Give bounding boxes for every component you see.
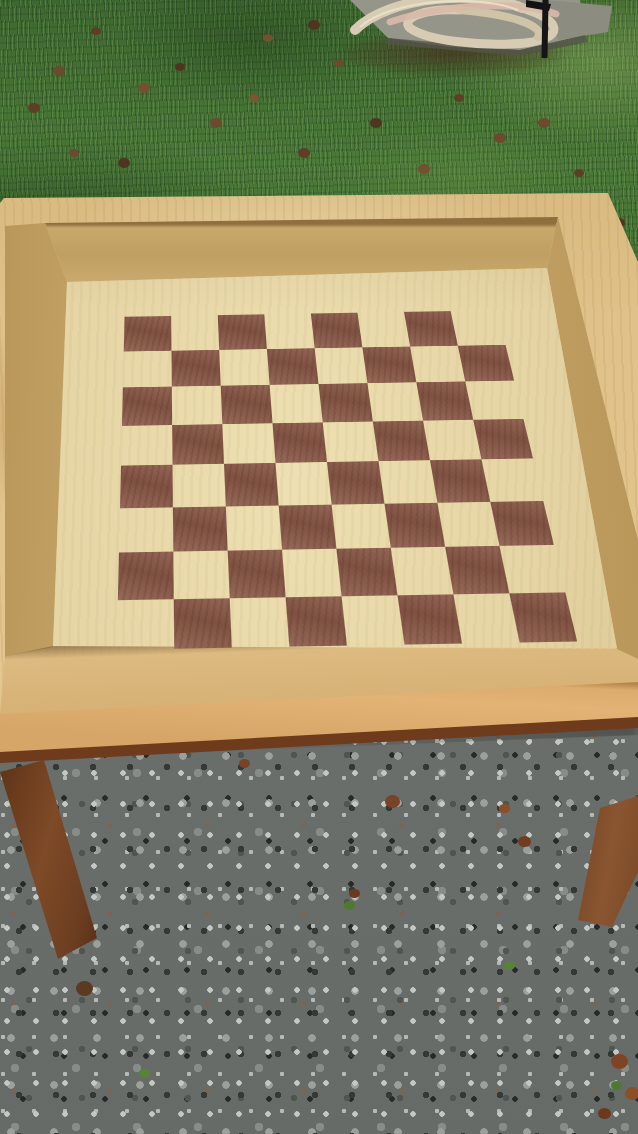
- dark-square: [224, 463, 279, 506]
- light-square: [119, 507, 173, 553]
- dark-square: [120, 465, 173, 508]
- light-square: [357, 312, 410, 347]
- light-square: [172, 386, 223, 425]
- light-square: [230, 597, 290, 648]
- light-square: [391, 547, 454, 595]
- dark-square: [319, 383, 373, 422]
- light-square: [276, 462, 332, 505]
- dark-square: [490, 500, 554, 545]
- garden-hose-group: [330, 0, 638, 80]
- light-square: [173, 551, 229, 599]
- light-square: [410, 345, 465, 382]
- metal-pole: [541, 0, 548, 58]
- light-square: [465, 381, 523, 420]
- light-square: [453, 593, 519, 644]
- light-square: [481, 458, 543, 501]
- dark-square: [118, 552, 174, 600]
- light-square: [378, 460, 437, 503]
- dark-square: [416, 381, 473, 420]
- dark-square: [384, 502, 445, 547]
- dark-square: [171, 350, 220, 387]
- dark-square: [430, 459, 490, 502]
- checkerboard: [117, 310, 578, 649]
- dark-square: [445, 546, 509, 594]
- light-square: [423, 419, 481, 460]
- light-square: [282, 549, 341, 597]
- light-square: [123, 350, 172, 387]
- dark-square: [362, 346, 416, 383]
- light-square: [437, 501, 499, 546]
- dark-square: [221, 385, 273, 424]
- dark-square: [397, 594, 462, 645]
- light-square: [264, 313, 314, 348]
- light-square: [121, 425, 172, 466]
- light-square: [315, 347, 368, 384]
- dark-square: [509, 592, 577, 643]
- dark-square: [373, 420, 430, 461]
- light-square: [173, 464, 226, 507]
- light-square: [499, 545, 565, 593]
- light-square: [117, 599, 175, 650]
- dark-square: [458, 345, 514, 382]
- light-square: [451, 310, 506, 345]
- dark-square: [267, 348, 319, 385]
- dark-square: [327, 461, 384, 504]
- dark-square: [173, 506, 228, 552]
- dark-square: [286, 596, 347, 647]
- light-square: [171, 315, 219, 350]
- dark-square: [272, 422, 327, 463]
- fallen-leaves: [0, 0, 8, 6]
- dark-square: [124, 316, 172, 351]
- light-square: [332, 503, 391, 548]
- dark-square: [473, 418, 533, 459]
- dark-square: [122, 387, 172, 426]
- dark-square: [228, 550, 286, 598]
- dark-square: [311, 313, 362, 348]
- dark-square: [404, 311, 458, 346]
- light-square: [323, 421, 379, 462]
- dark-square: [174, 598, 232, 649]
- dark-square: [172, 424, 224, 465]
- light-square: [222, 423, 275, 464]
- photo-scene: [0, 0, 638, 1134]
- light-square: [270, 384, 323, 423]
- light-square: [367, 382, 423, 421]
- light-square: [342, 595, 405, 646]
- dark-square: [336, 548, 397, 596]
- dark-square: [218, 314, 267, 349]
- dark-square: [279, 504, 337, 549]
- light-square: [219, 349, 269, 386]
- light-square: [226, 505, 282, 551]
